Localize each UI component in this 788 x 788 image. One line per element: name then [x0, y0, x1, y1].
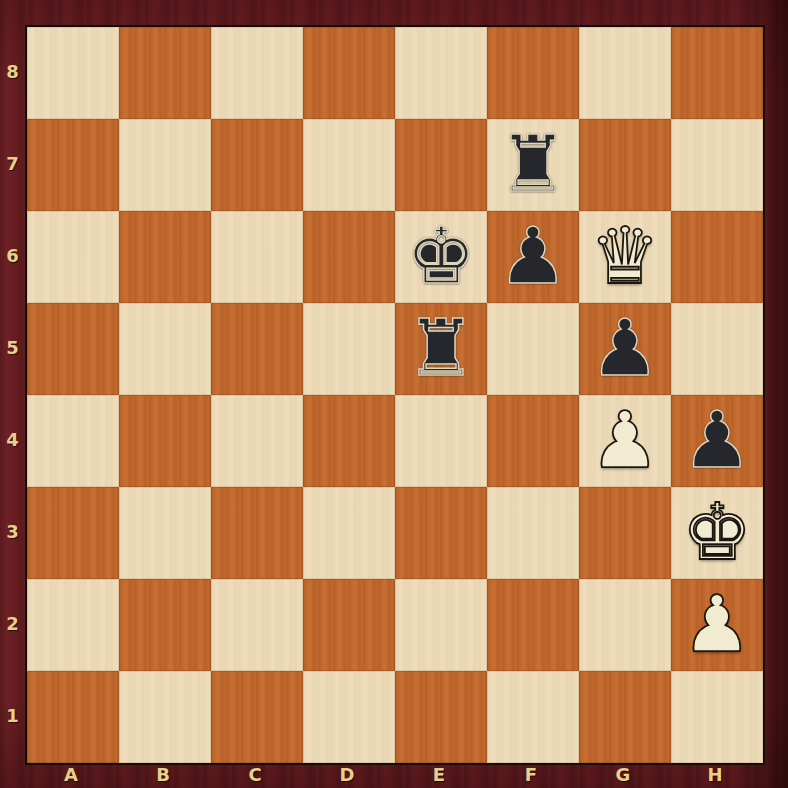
- rank-label-6: 6: [0, 209, 25, 301]
- square-f6[interactable]: ♟: [487, 211, 579, 303]
- square-h4[interactable]: ♟: [671, 395, 763, 487]
- square-c7[interactable]: [211, 119, 303, 211]
- square-d3[interactable]: [303, 487, 395, 579]
- square-e1[interactable]: [395, 671, 487, 763]
- file-label-c: C: [209, 761, 301, 788]
- square-e5[interactable]: ♜: [395, 303, 487, 395]
- square-d5[interactable]: [303, 303, 395, 395]
- square-h2[interactable]: ♟: [671, 579, 763, 671]
- square-d4[interactable]: [303, 395, 395, 487]
- chess-diagram: 87654321 ABCDEFGH ♜♚♟♛♜♟♟♟♚♟: [0, 0, 788, 788]
- piece-black-pawn-f6[interactable]: ♟: [487, 211, 579, 303]
- square-c2[interactable]: [211, 579, 303, 671]
- square-g6[interactable]: ♛: [579, 211, 671, 303]
- rank-label-3: 3: [0, 485, 25, 577]
- rank-label-1: 1: [0, 669, 25, 761]
- square-a6[interactable]: [27, 211, 119, 303]
- square-c6[interactable]: [211, 211, 303, 303]
- square-e7[interactable]: [395, 119, 487, 211]
- file-labels: ABCDEFGH: [25, 761, 761, 788]
- square-e6[interactable]: ♚: [395, 211, 487, 303]
- square-b1[interactable]: [119, 671, 211, 763]
- square-b2[interactable]: [119, 579, 211, 671]
- square-f5[interactable]: [487, 303, 579, 395]
- rank-label-2: 2: [0, 577, 25, 669]
- square-a5[interactable]: [27, 303, 119, 395]
- square-c3[interactable]: [211, 487, 303, 579]
- square-f2[interactable]: [487, 579, 579, 671]
- file-label-g: G: [577, 761, 669, 788]
- piece-white-pawn-g4[interactable]: ♟: [579, 395, 671, 487]
- square-a2[interactable]: [27, 579, 119, 671]
- piece-black-pawn-g5[interactable]: ♟: [579, 303, 671, 395]
- square-h7[interactable]: [671, 119, 763, 211]
- square-g1[interactable]: [579, 671, 671, 763]
- square-b5[interactable]: [119, 303, 211, 395]
- square-d8[interactable]: [303, 27, 395, 119]
- square-e8[interactable]: [395, 27, 487, 119]
- square-c8[interactable]: [211, 27, 303, 119]
- square-a7[interactable]: [27, 119, 119, 211]
- square-d1[interactable]: [303, 671, 395, 763]
- chess-board: ♜♚♟♛♜♟♟♟♚♟: [25, 25, 765, 765]
- square-f7[interactable]: ♜: [487, 119, 579, 211]
- square-a1[interactable]: [27, 671, 119, 763]
- square-g5[interactable]: ♟: [579, 303, 671, 395]
- square-g4[interactable]: ♟: [579, 395, 671, 487]
- square-h8[interactable]: [671, 27, 763, 119]
- piece-white-queen-g6[interactable]: ♛: [579, 211, 671, 303]
- square-b8[interactable]: [119, 27, 211, 119]
- square-h1[interactable]: [671, 671, 763, 763]
- square-a3[interactable]: [27, 487, 119, 579]
- file-label-h: H: [669, 761, 761, 788]
- piece-white-pawn-h2[interactable]: ♟: [671, 579, 763, 671]
- piece-black-rook-e5[interactable]: ♜: [395, 303, 487, 395]
- square-g2[interactable]: [579, 579, 671, 671]
- square-g3[interactable]: [579, 487, 671, 579]
- piece-white-king-h3[interactable]: ♚: [671, 487, 763, 579]
- square-e3[interactable]: [395, 487, 487, 579]
- piece-black-king-e6[interactable]: ♚: [395, 211, 487, 303]
- square-f4[interactable]: [487, 395, 579, 487]
- file-label-a: A: [25, 761, 117, 788]
- square-d6[interactable]: [303, 211, 395, 303]
- square-c5[interactable]: [211, 303, 303, 395]
- square-b4[interactable]: [119, 395, 211, 487]
- square-c1[interactable]: [211, 671, 303, 763]
- piece-black-pawn-h4[interactable]: ♟: [671, 395, 763, 487]
- rank-label-4: 4: [0, 393, 25, 485]
- square-b3[interactable]: [119, 487, 211, 579]
- square-h6[interactable]: [671, 211, 763, 303]
- square-d7[interactable]: [303, 119, 395, 211]
- file-label-f: F: [485, 761, 577, 788]
- square-b6[interactable]: [119, 211, 211, 303]
- square-h5[interactable]: [671, 303, 763, 395]
- square-g7[interactable]: [579, 119, 671, 211]
- square-e4[interactable]: [395, 395, 487, 487]
- square-h3[interactable]: ♚: [671, 487, 763, 579]
- file-label-b: B: [117, 761, 209, 788]
- square-d2[interactable]: [303, 579, 395, 671]
- square-g8[interactable]: [579, 27, 671, 119]
- rank-label-8: 8: [0, 25, 25, 117]
- square-a8[interactable]: [27, 27, 119, 119]
- square-b7[interactable]: [119, 119, 211, 211]
- piece-black-rook-f7[interactable]: ♜: [487, 119, 579, 211]
- square-a4[interactable]: [27, 395, 119, 487]
- file-label-e: E: [393, 761, 485, 788]
- square-e2[interactable]: [395, 579, 487, 671]
- square-c4[interactable]: [211, 395, 303, 487]
- square-f1[interactable]: [487, 671, 579, 763]
- rank-label-5: 5: [0, 301, 25, 393]
- rank-labels: 87654321: [0, 25, 25, 761]
- rank-label-7: 7: [0, 117, 25, 209]
- file-label-d: D: [301, 761, 393, 788]
- square-f3[interactable]: [487, 487, 579, 579]
- square-f8[interactable]: [487, 27, 579, 119]
